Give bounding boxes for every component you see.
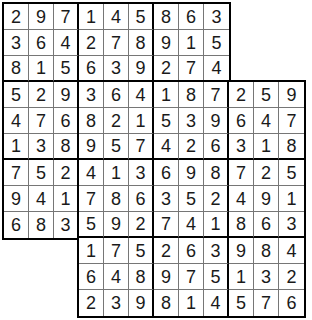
sudoku-cell-b-r2c5: 3	[179, 108, 204, 134]
sudoku-cell-b-r1c3: 4	[129, 82, 154, 108]
sudoku-cell-a-r3c5: 3	[104, 56, 129, 82]
sudoku-cell-b-r5c3: 6	[129, 186, 154, 212]
sudoku-cell-a-r3c1: 8	[4, 56, 29, 82]
sudoku-cell-b-r3c2: 5	[104, 134, 129, 160]
sudoku-cell-b-r4c8: 2	[254, 160, 279, 186]
sudoku-cell-b-r8c5: 7	[179, 264, 204, 290]
sudoku-cell-b-r8c2: 4	[104, 264, 129, 290]
sudoku-cell-b-r1c1: 3	[79, 82, 104, 108]
sudoku-cell-b-r9c7: 5	[229, 290, 254, 316]
sudoku-cell-a-r1c1: 2	[4, 4, 29, 30]
sudoku-cell-a-r2c4: 2	[79, 30, 104, 56]
sudoku-cell-b-r1c2: 6	[104, 82, 129, 108]
sudoku-cell-b-r8c1: 6	[79, 264, 104, 290]
sudoku-cell-a-r1c4: 1	[79, 4, 104, 30]
sudoku-cell-b-r3c9: 8	[279, 134, 304, 160]
sudoku-cell-b-r9c8: 7	[254, 290, 279, 316]
sudoku-cell-a-r2c7: 9	[154, 30, 179, 56]
sudoku-cell-a-r7c3: 2	[54, 160, 79, 186]
sudoku-cell-a-r5c1: 4	[4, 108, 29, 134]
sudoku-cell-a-r1c6: 5	[129, 4, 154, 30]
sudoku-cell-a-r7c2: 5	[29, 160, 54, 186]
sudoku-cell-b-r6c7: 8	[229, 212, 254, 238]
sudoku-cell-b-r1c7: 2	[229, 82, 254, 108]
sudoku-cell-b-r1c8: 5	[254, 82, 279, 108]
sudoku-cell-a-r4c1: 5	[4, 82, 29, 108]
sudoku-cell-b-r5c6: 2	[204, 186, 229, 212]
sudoku-cell-b-r4c2: 1	[104, 160, 129, 186]
sudoku-cell-b-r4c5: 9	[179, 160, 204, 186]
sudoku-cell-a-r1c3: 7	[54, 4, 79, 30]
sudoku-cell-b-r6c4: 7	[154, 212, 179, 238]
sudoku-cell-a-r2c8: 1	[179, 30, 204, 56]
sudoku-cell-b-r8c7: 1	[229, 264, 254, 290]
sudoku-cell-b-r4c3: 3	[129, 160, 154, 186]
sudoku-cell-b-r9c3: 9	[129, 290, 154, 316]
sudoku-cell-a-r2c3: 4	[54, 30, 79, 56]
sudoku-cell-a-r4c3: 9	[54, 82, 79, 108]
sudoku-cell-b-r5c4: 3	[154, 186, 179, 212]
sudoku-cell-b-r5c1: 7	[79, 186, 104, 212]
sudoku-cell-b-r6c8: 6	[254, 212, 279, 238]
sudoku-cell-b-r6c2: 9	[104, 212, 129, 238]
sudoku-cell-b-r7c1: 1	[79, 238, 104, 264]
sudoku-cell-b-r8c3: 8	[129, 264, 154, 290]
sudoku-cell-a-r4c2: 2	[29, 82, 54, 108]
sudoku-cell-b-r9c9: 6	[279, 290, 304, 316]
sudoku-cell-b-r9c1: 2	[79, 290, 104, 316]
sudoku-cell-a-r9c1: 6	[4, 212, 29, 238]
sudoku-cell-a-r8c1: 9	[4, 186, 29, 212]
sudoku-cell-a-r3c9: 4	[204, 56, 229, 82]
sudoku-cell-b-r9c2: 3	[104, 290, 129, 316]
sudoku-cell-a-r1c5: 4	[104, 4, 129, 30]
sudoku-cell-a-r2c6: 8	[129, 30, 154, 56]
sudoku-cell-b-r8c9: 2	[279, 264, 304, 290]
sudoku-cell-b-r3c3: 7	[129, 134, 154, 160]
sudoku-cell-a-r1c7: 8	[154, 4, 179, 30]
sudoku-cell-b-r8c8: 3	[254, 264, 279, 290]
sudoku-cell-b-r8c6: 5	[204, 264, 229, 290]
sudoku-cell-b-r2c1: 8	[79, 108, 104, 134]
sudoku-cell-b-r3c1: 9	[79, 134, 104, 160]
sudoku-cell-a-r8c2: 4	[29, 186, 54, 212]
sudoku-cell-a-r3c2: 1	[29, 56, 54, 82]
sudoku-cell-a-r5c3: 6	[54, 108, 79, 134]
sudoku-cell-b-r5c9: 1	[279, 186, 304, 212]
sudoku-cell-b-r5c5: 5	[179, 186, 204, 212]
sudoku-cell-b-r6c5: 4	[179, 212, 204, 238]
sudoku-cell-a-r3c7: 2	[154, 56, 179, 82]
sudoku-cell-b-r1c5: 8	[179, 82, 204, 108]
sudoku-cell-a-r9c2: 8	[29, 212, 54, 238]
sudoku-cell-b-r7c5: 6	[179, 238, 204, 264]
sudoku-cell-b-r1c9: 9	[279, 82, 304, 108]
sudoku-cell-b-r5c2: 8	[104, 186, 129, 212]
sudoku-cell-a-r1c8: 6	[179, 4, 204, 30]
sudoku-cell-b-r9c6: 4	[204, 290, 229, 316]
sudoku-cell-b-r4c6: 8	[204, 160, 229, 186]
sudoku-cell-b-r4c1: 4	[79, 160, 104, 186]
sudoku-cell-b-r7c4: 2	[154, 238, 179, 264]
sudoku-cell-b-r1c6: 7	[204, 82, 229, 108]
sudoku-cell-b-r6c1: 5	[79, 212, 104, 238]
sudoku-cell-b-r7c6: 3	[204, 238, 229, 264]
sudoku-cell-b-r6c6: 1	[204, 212, 229, 238]
sudoku-cell-b-r4c7: 7	[229, 160, 254, 186]
sudoku-cell-b-r9c5: 1	[179, 290, 204, 316]
sudoku-cell-b-r5c7: 4	[229, 186, 254, 212]
sudoku-cell-a-r3c3: 5	[54, 56, 79, 82]
sudoku-cell-b-r4c9: 5	[279, 160, 304, 186]
sudoku-cell-b-r7c7: 9	[229, 238, 254, 264]
sudoku-cell-a-r7c1: 7	[4, 160, 29, 186]
sudoku-cell-b-r2c3: 1	[129, 108, 154, 134]
sudoku-cell-b-r4c4: 6	[154, 160, 179, 186]
sudoku-cell-a-r6c3: 8	[54, 134, 79, 160]
sudoku-cell-b-r2c8: 4	[254, 108, 279, 134]
sudoku-cell-b-r3c6: 6	[204, 134, 229, 160]
sudoku-cell-b-r5c8: 9	[254, 186, 279, 212]
sudoku-cell-b-r2c4: 5	[154, 108, 179, 134]
sudoku-cell-a-r1c9: 3	[204, 4, 229, 30]
sudoku-cell-b-r6c9: 3	[279, 212, 304, 238]
sudoku-cell-b-r2c9: 7	[279, 108, 304, 134]
sudoku-cell-a-r3c8: 7	[179, 56, 204, 82]
sudoku-cell-a-r2c1: 3	[4, 30, 29, 56]
sudoku-cell-b-r3c8: 1	[254, 134, 279, 160]
sudoku-grid-bottom-right: 3641872598215396479574263184136987257863…	[77, 80, 306, 318]
sudoku-cell-b-r6c3: 2	[129, 212, 154, 238]
sudoku-cell-b-r7c3: 5	[129, 238, 154, 264]
sudoku-cell-a-r2c9: 5	[204, 30, 229, 56]
sudoku-cell-a-r6c2: 3	[29, 134, 54, 160]
sudoku-cell-b-r1c4: 1	[154, 82, 179, 108]
sudoku-cell-b-r3c7: 3	[229, 134, 254, 160]
twin-sudoku-board: 2971458633642789158156392745293641874768…	[0, 0, 312, 320]
sudoku-cell-b-r8c4: 9	[154, 264, 179, 290]
sudoku-cell-b-r2c6: 9	[204, 108, 229, 134]
sudoku-cell-a-r5c2: 7	[29, 108, 54, 134]
sudoku-cell-b-r3c5: 2	[179, 134, 204, 160]
sudoku-cell-a-r8c3: 1	[54, 186, 79, 212]
sudoku-cell-b-r7c8: 8	[254, 238, 279, 264]
sudoku-cell-a-r3c6: 9	[129, 56, 154, 82]
sudoku-cell-a-r9c3: 3	[54, 212, 79, 238]
sudoku-cell-a-r2c5: 7	[104, 30, 129, 56]
sudoku-cell-b-r3c4: 4	[154, 134, 179, 160]
sudoku-cell-b-r9c4: 8	[154, 290, 179, 316]
sudoku-cell-a-r1c2: 9	[29, 4, 54, 30]
sudoku-cell-a-r3c4: 6	[79, 56, 104, 82]
sudoku-cell-a-r2c2: 6	[29, 30, 54, 56]
sudoku-cell-a-r6c1: 1	[4, 134, 29, 160]
sudoku-cell-b-r7c9: 4	[279, 238, 304, 264]
sudoku-cell-b-r7c2: 7	[104, 238, 129, 264]
sudoku-cell-b-r2c2: 2	[104, 108, 129, 134]
sudoku-cell-b-r2c7: 6	[229, 108, 254, 134]
